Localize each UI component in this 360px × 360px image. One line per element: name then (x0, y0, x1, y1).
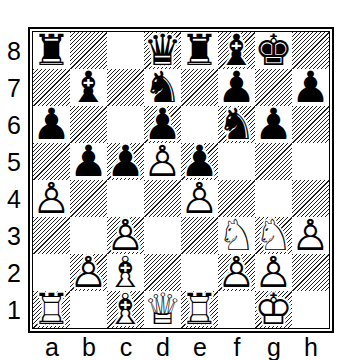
piece-white-knight[interactable]: ♞♘ (255, 217, 292, 254)
black-pawn-icon: ♟ (218, 69, 255, 106)
piece-white-knight[interactable]: ♞♘ (218, 217, 255, 254)
piece-white-bishop[interactable]: ♝♗ (107, 254, 144, 291)
square-a7[interactable] (33, 69, 70, 106)
square-b6[interactable] (70, 106, 107, 143)
square-f4[interactable] (218, 180, 255, 217)
board-grid: ♜♛♜♝♚♝♞♟♟♟♟♞♟♟♟♟♙♟♟♙♟♙♟♙♞♘♞♘♟♙♟♙♝♗♟♙♟♙♜♖… (33, 32, 329, 328)
piece-white-pawn[interactable]: ♟♙ (107, 217, 144, 254)
square-b4[interactable] (70, 180, 107, 217)
file-label-f: f (219, 333, 256, 360)
file-label-h: h (293, 333, 330, 360)
square-a3[interactable] (33, 217, 70, 254)
square-g2[interactable]: ♟♙ (255, 254, 292, 291)
piece-black-pawn[interactable]: ♟ (144, 106, 181, 143)
file-label-c: c (108, 333, 145, 360)
rank-label-2: 2 (0, 255, 28, 292)
white-king-outline-icon: ♔ (255, 291, 292, 328)
file-label-e: e (182, 333, 219, 360)
square-e5[interactable]: ♟ (181, 143, 218, 180)
board-and-rank-labels: 87654321 ♜♛♜♝♚♝♞♟♟♟♟♞♟♟♟♟♙♟♟♙♟♙♟♙♞♘♞♘♟♙♟… (0, 27, 334, 333)
square-c6[interactable] (107, 106, 144, 143)
square-e1[interactable]: ♜♖ (181, 291, 218, 328)
square-f2[interactable]: ♟♙ (218, 254, 255, 291)
rank-label-8: 8 (0, 33, 28, 70)
white-pawn-outline-icon: ♙ (144, 143, 181, 180)
square-e6[interactable] (181, 106, 218, 143)
square-b8[interactable] (70, 32, 107, 69)
square-d3[interactable] (144, 217, 181, 254)
board-inner-border: ♜♛♜♝♚♝♞♟♟♟♟♞♟♟♟♟♙♟♟♙♟♙♟♙♞♘♞♘♟♙♟♙♝♗♟♙♟♙♜♖… (32, 31, 330, 329)
square-c5[interactable]: ♟ (107, 143, 144, 180)
black-pawn-icon: ♟ (292, 69, 329, 106)
square-a5[interactable] (33, 143, 70, 180)
square-a1[interactable]: ♜♖ (33, 291, 70, 328)
file-label-b: b (71, 333, 108, 360)
square-b2[interactable]: ♟♙ (70, 254, 107, 291)
square-h7[interactable]: ♟ (292, 69, 329, 106)
chess-diagram: 87654321 ♜♛♜♝♚♝♞♟♟♟♟♞♟♟♟♟♙♟♟♙♟♙♟♙♞♘♞♘♟♙♟… (0, 27, 334, 359)
white-bishop-outline-icon: ♗ (107, 254, 144, 291)
rank-label-7: 7 (0, 70, 28, 107)
black-rook-icon: ♜ (181, 32, 218, 69)
piece-black-pawn[interactable]: ♟ (33, 106, 70, 143)
square-c2[interactable]: ♝♗ (107, 254, 144, 291)
piece-black-rook[interactable]: ♜ (33, 32, 70, 69)
square-d5[interactable]: ♟♙ (144, 143, 181, 180)
square-a8[interactable]: ♜ (33, 32, 70, 69)
square-h6[interactable] (292, 106, 329, 143)
black-pawn-icon: ♟ (33, 106, 70, 143)
piece-white-pawn[interactable]: ♟♙ (70, 254, 107, 291)
black-queen-icon: ♛ (144, 32, 181, 69)
square-f1[interactable] (218, 291, 255, 328)
square-b5[interactable]: ♟ (70, 143, 107, 180)
file-labels: abcdefgh (34, 333, 335, 359)
square-h8[interactable] (292, 32, 329, 69)
piece-black-pawn[interactable]: ♟ (107, 143, 144, 180)
square-c7[interactable] (107, 69, 144, 106)
square-c8[interactable] (107, 32, 144, 69)
black-knight-icon: ♞ (218, 106, 255, 143)
white-pawn-outline-icon: ♙ (255, 254, 292, 291)
square-c3[interactable]: ♟♙ (107, 217, 144, 254)
piece-white-rook[interactable]: ♜♖ (33, 291, 70, 328)
piece-white-pawn[interactable]: ♟♙ (292, 217, 329, 254)
piece-white-rook[interactable]: ♜♖ (181, 291, 218, 328)
rank-label-4: 4 (0, 181, 28, 218)
black-pawn-icon: ♟ (144, 106, 181, 143)
square-b3[interactable] (70, 217, 107, 254)
square-g8[interactable]: ♚ (255, 32, 292, 69)
piece-black-pawn[interactable]: ♟ (181, 143, 218, 180)
square-e7[interactable] (181, 69, 218, 106)
rank-label-3: 3 (0, 218, 28, 255)
black-bishop-icon: ♝ (218, 32, 255, 69)
square-d6[interactable]: ♟ (144, 106, 181, 143)
white-knight-outline-icon: ♘ (255, 217, 292, 254)
square-f6[interactable]: ♞ (218, 106, 255, 143)
square-h5[interactable] (292, 143, 329, 180)
square-c1[interactable]: ♝♗ (107, 291, 144, 328)
square-h2[interactable] (292, 254, 329, 291)
square-e4[interactable]: ♟♙ (181, 180, 218, 217)
black-knight-icon: ♞ (144, 69, 181, 106)
white-queen-outline-icon: ♕ (144, 291, 181, 328)
black-rook-icon: ♜ (33, 32, 70, 69)
square-e3[interactable] (181, 217, 218, 254)
piece-black-pawn[interactable]: ♟ (218, 69, 255, 106)
white-rook-outline-icon: ♖ (181, 291, 218, 328)
piece-white-pawn[interactable]: ♟♙ (181, 180, 218, 217)
black-pawn-icon: ♟ (255, 106, 292, 143)
square-d8[interactable]: ♛ (144, 32, 181, 69)
square-d4[interactable] (144, 180, 181, 217)
piece-white-pawn[interactable]: ♟♙ (33, 180, 70, 217)
square-f3[interactable]: ♞♘ (218, 217, 255, 254)
square-a6[interactable]: ♟ (33, 106, 70, 143)
rank-label-5: 5 (0, 144, 28, 181)
square-a2[interactable] (33, 254, 70, 291)
black-king-icon: ♚ (255, 32, 292, 69)
piece-black-pawn[interactable]: ♟ (255, 106, 292, 143)
piece-white-pawn[interactable]: ♟♙ (218, 254, 255, 291)
file-label-g: g (256, 333, 293, 360)
square-d1[interactable]: ♛♕ (144, 291, 181, 328)
square-b7[interactable]: ♝ (70, 69, 107, 106)
piece-black-rook[interactable]: ♜ (181, 32, 218, 69)
file-label-a: a (34, 333, 71, 360)
rank-labels: 87654321 (0, 27, 28, 333)
white-rook-outline-icon: ♖ (33, 291, 70, 328)
black-pawn-icon: ♟ (107, 143, 144, 180)
white-pawn-outline-icon: ♙ (181, 180, 218, 217)
square-h1[interactable] (292, 291, 329, 328)
black-bishop-icon: ♝ (70, 69, 107, 106)
white-pawn-outline-icon: ♙ (33, 180, 70, 217)
square-g7[interactable] (255, 69, 292, 106)
black-pawn-icon: ♟ (181, 143, 218, 180)
white-pawn-outline-icon: ♙ (107, 217, 144, 254)
white-bishop-outline-icon: ♗ (107, 291, 144, 328)
piece-black-king[interactable]: ♚ (255, 32, 292, 69)
square-f5[interactable] (218, 143, 255, 180)
piece-black-pawn[interactable]: ♟ (292, 69, 329, 106)
piece-white-pawn[interactable]: ♟♙ (144, 143, 181, 180)
piece-black-queen[interactable]: ♛ (144, 32, 181, 69)
black-pawn-icon: ♟ (70, 143, 107, 180)
square-g5[interactable] (255, 143, 292, 180)
square-a4[interactable]: ♟♙ (33, 180, 70, 217)
piece-white-queen[interactable]: ♛♕ (144, 291, 181, 328)
square-h4[interactable] (292, 180, 329, 217)
square-b1[interactable] (70, 291, 107, 328)
white-pawn-outline-icon: ♙ (218, 254, 255, 291)
square-d2[interactable] (144, 254, 181, 291)
piece-white-pawn[interactable]: ♟♙ (255, 254, 292, 291)
rank-label-1: 1 (0, 292, 28, 329)
square-h3[interactable]: ♟♙ (292, 217, 329, 254)
piece-black-bishop[interactable]: ♝ (218, 32, 255, 69)
white-pawn-outline-icon: ♙ (70, 254, 107, 291)
square-c4[interactable] (107, 180, 144, 217)
white-knight-outline-icon: ♘ (218, 217, 255, 254)
piece-black-pawn[interactable]: ♟ (70, 143, 107, 180)
square-e8[interactable]: ♜ (181, 32, 218, 69)
square-d7[interactable]: ♞ (144, 69, 181, 106)
square-f8[interactable]: ♝ (218, 32, 255, 69)
piece-black-knight[interactable]: ♞ (218, 106, 255, 143)
rank-label-6: 6 (0, 107, 28, 144)
piece-white-king[interactable]: ♚♔ (255, 291, 292, 328)
board-frame: ♜♛♜♝♚♝♞♟♟♟♟♞♟♟♟♟♙♟♟♙♟♙♟♙♞♘♞♘♟♙♟♙♝♗♟♙♟♙♜♖… (28, 27, 334, 333)
square-f7[interactable]: ♟ (218, 69, 255, 106)
white-pawn-outline-icon: ♙ (292, 217, 329, 254)
square-g4[interactable] (255, 180, 292, 217)
square-e2[interactable] (181, 254, 218, 291)
square-g1[interactable]: ♚♔ (255, 291, 292, 328)
piece-white-bishop[interactable]: ♝♗ (107, 291, 144, 328)
piece-black-knight[interactable]: ♞ (144, 69, 181, 106)
square-g3[interactable]: ♞♘ (255, 217, 292, 254)
piece-black-bishop[interactable]: ♝ (70, 69, 107, 106)
square-g6[interactable]: ♟ (255, 106, 292, 143)
file-label-d: d (145, 333, 182, 360)
